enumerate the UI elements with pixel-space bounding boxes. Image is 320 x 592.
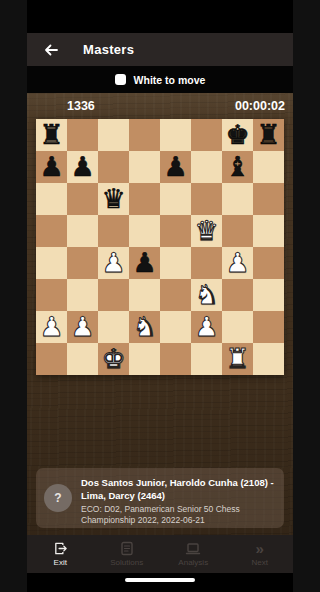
game-event: ECO: D02, Panamerican Senior 50 Chess Ch… <box>81 504 275 526</box>
square-h1[interactable] <box>253 343 284 375</box>
square-e3[interactable] <box>160 279 191 311</box>
square-c5[interactable] <box>98 215 129 247</box>
square-d6[interactable] <box>129 183 160 215</box>
piece-black-pawn[interactable]: ♟ <box>132 249 156 276</box>
square-c4[interactable]: ♟ <box>98 247 129 279</box>
square-d1[interactable] <box>129 343 160 375</box>
square-h6[interactable] <box>253 183 284 215</box>
square-a3[interactable] <box>36 279 67 311</box>
square-h3[interactable] <box>253 279 284 311</box>
square-h4[interactable] <box>253 247 284 279</box>
piece-white-knight[interactable]: ♞ <box>132 313 156 340</box>
square-d5[interactable] <box>129 215 160 247</box>
square-a7[interactable]: ♟ <box>36 151 67 183</box>
piece-white-queen[interactable]: ♛ <box>194 217 218 244</box>
square-h5[interactable] <box>253 215 284 247</box>
square-e8[interactable] <box>160 119 191 151</box>
piece-white-knight[interactable]: ♞ <box>194 281 218 308</box>
page-title: Masters <box>83 42 134 57</box>
square-e5[interactable] <box>160 215 191 247</box>
square-h7[interactable] <box>253 151 284 183</box>
piece-white-pawn[interactable]: ♟ <box>225 249 249 276</box>
square-a5[interactable] <box>36 215 67 247</box>
status-bar <box>27 0 293 33</box>
white-to-move-checkbox[interactable] <box>115 74 126 85</box>
home-indicator[interactable] <box>125 578 195 582</box>
square-a2[interactable]: ♟ <box>36 311 67 343</box>
analysis-icon <box>185 541 201 556</box>
piece-black-rook[interactable]: ♜ <box>256 121 280 148</box>
square-c3[interactable] <box>98 279 129 311</box>
nav-label-solutions: Solutions <box>110 558 143 567</box>
piece-white-king[interactable]: ♚ <box>101 345 125 372</box>
white-to-move-label: White to move <box>134 74 206 86</box>
square-b6[interactable] <box>67 183 98 215</box>
nav-item-solutions[interactable]: Solutions <box>94 541 161 567</box>
game-info-card[interactable]: ? Dos Santos Junior, Haroldo Cunha (2108… <box>36 468 284 528</box>
game-info-text: Dos Santos Junior, Haroldo Cunha (2108) … <box>81 476 275 522</box>
bottom-nav: Exit Solutions Analysis » Next <box>27 535 293 573</box>
square-c6[interactable]: ♛ <box>98 183 129 215</box>
app-screen: Masters White to move 1336 00:00:02 ♜♚♜♟… <box>27 0 293 592</box>
chess-board[interactable]: ♜♚♜♟♟♟♝♛♛♟♟♟♞♟♟♞♟♚♜ <box>36 119 284 375</box>
square-h2[interactable] <box>253 311 284 343</box>
square-f8[interactable] <box>191 119 222 151</box>
piece-black-pawn[interactable]: ♟ <box>70 153 94 180</box>
square-g4[interactable]: ♟ <box>222 247 253 279</box>
square-h8[interactable]: ♜ <box>253 119 284 151</box>
next-icon: » <box>256 541 264 556</box>
back-button[interactable] <box>39 38 63 62</box>
square-e2[interactable] <box>160 311 191 343</box>
piece-black-rook[interactable]: ♜ <box>39 121 63 148</box>
square-d2[interactable]: ♞ <box>129 311 160 343</box>
timer: 00:00:02 <box>235 99 285 113</box>
square-g5[interactable] <box>222 215 253 247</box>
piece-white-pawn[interactable]: ♟ <box>194 313 218 340</box>
nav-label-exit: Exit <box>54 558 67 567</box>
square-c8[interactable] <box>98 119 129 151</box>
game-players: Dos Santos Junior, Haroldo Cunha (2108) … <box>81 476 275 502</box>
square-f3[interactable]: ♞ <box>191 279 222 311</box>
square-e4[interactable] <box>160 247 191 279</box>
square-d3[interactable] <box>129 279 160 311</box>
question-mark: ? <box>54 491 61 505</box>
square-c2[interactable] <box>98 311 129 343</box>
square-a1[interactable] <box>36 343 67 375</box>
square-a8[interactable]: ♜ <box>36 119 67 151</box>
nav-label-next: Next <box>252 558 268 567</box>
square-g6[interactable] <box>222 183 253 215</box>
square-f1[interactable] <box>191 343 222 375</box>
square-f5[interactable]: ♛ <box>191 215 222 247</box>
piece-white-pawn[interactable]: ♟ <box>39 313 63 340</box>
square-f6[interactable] <box>191 183 222 215</box>
square-d7[interactable] <box>129 151 160 183</box>
square-b2[interactable]: ♟ <box>67 311 98 343</box>
square-b8[interactable] <box>67 119 98 151</box>
square-g2[interactable] <box>222 311 253 343</box>
square-g8[interactable]: ♚ <box>222 119 253 151</box>
square-e1[interactable] <box>160 343 191 375</box>
nav-label-analysis: Analysis <box>178 558 208 567</box>
piece-black-bishop[interactable]: ♝ <box>225 153 249 180</box>
square-a4[interactable] <box>36 247 67 279</box>
wood-background: 1336 00:00:02 ♜♚♜♟♟♟♝♛♛♟♟♟♞♟♟♞♟♚♜ ? Dos … <box>27 93 293 535</box>
nav-item-analysis[interactable]: Analysis <box>160 541 227 567</box>
white-to-move-row: White to move <box>27 66 293 93</box>
square-a6[interactable] <box>36 183 67 215</box>
square-d8[interactable] <box>129 119 160 151</box>
gesture-bar-area <box>27 573 293 592</box>
puzzle-rating: 1336 <box>67 99 95 113</box>
piece-white-pawn[interactable]: ♟ <box>70 313 94 340</box>
piece-black-pawn[interactable]: ♟ <box>39 153 63 180</box>
nav-item-next[interactable]: » Next <box>227 541 294 567</box>
piece-black-pawn[interactable]: ♟ <box>163 153 187 180</box>
solutions-icon <box>120 541 134 556</box>
square-c7[interactable] <box>98 151 129 183</box>
square-b3[interactable] <box>67 279 98 311</box>
meta-row: 1336 00:00:02 <box>27 93 293 119</box>
square-f7[interactable] <box>191 151 222 183</box>
question-avatar: ? <box>44 484 72 512</box>
square-b1[interactable] <box>67 343 98 375</box>
square-e7[interactable]: ♟ <box>160 151 191 183</box>
exit-icon <box>53 541 68 556</box>
nav-item-exit[interactable]: Exit <box>27 541 94 567</box>
square-b4[interactable] <box>67 247 98 279</box>
square-c1[interactable]: ♚ <box>98 343 129 375</box>
piece-black-queen[interactable]: ♛ <box>101 185 125 212</box>
square-d4[interactable]: ♟ <box>129 247 160 279</box>
square-g7[interactable]: ♝ <box>222 151 253 183</box>
square-f2[interactable]: ♟ <box>191 311 222 343</box>
square-g1[interactable]: ♜ <box>222 343 253 375</box>
piece-black-king[interactable]: ♚ <box>225 121 249 148</box>
piece-white-pawn[interactable]: ♟ <box>101 249 125 276</box>
square-f4[interactable] <box>191 247 222 279</box>
square-b5[interactable] <box>67 215 98 247</box>
square-g3[interactable] <box>222 279 253 311</box>
back-arrow-icon <box>43 42 59 58</box>
app-bar: Masters <box>27 33 293 66</box>
piece-white-rook[interactable]: ♜ <box>225 345 249 372</box>
square-e6[interactable] <box>160 183 191 215</box>
square-b7[interactable]: ♟ <box>67 151 98 183</box>
